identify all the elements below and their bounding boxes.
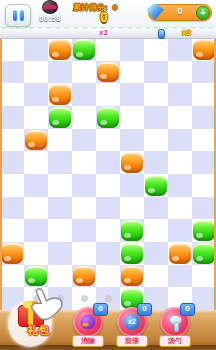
board-cell — [72, 242, 96, 265]
board-cell — [24, 129, 48, 152]
board-cell — [72, 265, 96, 288]
board-cell — [24, 83, 48, 106]
jelly-orange[interactable] — [121, 266, 143, 287]
jelly-orange[interactable] — [73, 266, 95, 287]
bomb-timer-icon — [42, 0, 58, 14]
board-cell — [192, 129, 216, 152]
board-cell — [120, 83, 144, 106]
jelly-orange[interactable] — [169, 243, 191, 264]
board-cell — [96, 83, 120, 106]
eliminate-count-badge: 0 — [93, 303, 108, 316]
board-cell — [24, 38, 48, 61]
board-cell — [0, 174, 24, 197]
board-cell — [120, 151, 144, 174]
hint-dot — [81, 295, 88, 302]
board-cell — [48, 106, 72, 129]
pause-button[interactable] — [5, 4, 31, 27]
board-cell — [168, 83, 192, 106]
jelly-orange[interactable] — [193, 39, 215, 60]
jelly-green[interactable] — [193, 243, 215, 264]
double-count-badge: 0 — [137, 303, 152, 316]
board-cell — [96, 61, 120, 84]
board-cell — [48, 174, 72, 197]
item-button-spoon[interactable]: 0 汤勺 — [160, 307, 190, 337]
board-cell — [24, 197, 48, 220]
board-cell — [72, 151, 96, 174]
jelly-green[interactable] — [73, 39, 95, 60]
board-cell — [168, 151, 192, 174]
board-cell — [144, 197, 168, 220]
board-cell — [24, 151, 48, 174]
eliminate-label: 消除 — [72, 335, 104, 347]
board-cell — [0, 106, 24, 129]
board-cell — [0, 83, 24, 106]
board-cell — [24, 106, 48, 129]
board-cell — [72, 197, 96, 220]
board-cell — [96, 242, 120, 265]
board-cell — [144, 151, 168, 174]
board-cell — [192, 287, 216, 310]
board-cell — [144, 174, 168, 197]
jelly-orange[interactable] — [49, 39, 71, 60]
board-cell — [120, 265, 144, 288]
board-cell — [0, 197, 24, 220]
board-frame-left — [0, 28, 2, 310]
board-cell — [72, 174, 96, 197]
board-cell — [48, 219, 72, 242]
board-cell — [192, 242, 216, 265]
board-cell — [96, 38, 120, 61]
spoon-label: 汤勺 — [159, 335, 191, 347]
jelly-orange[interactable] — [121, 152, 143, 173]
board-cell — [168, 38, 192, 61]
board-cell — [24, 174, 48, 197]
item-button-double[interactable]: x2 0 双倍 — [117, 307, 147, 337]
board-cell — [96, 106, 120, 129]
board-cell — [144, 242, 168, 265]
double-icon: x2 — [124, 314, 140, 330]
board-cell — [0, 38, 24, 61]
board-cell — [120, 219, 144, 242]
board-cell — [72, 83, 96, 106]
board-cell — [168, 265, 192, 288]
board-cell — [24, 61, 48, 84]
board-cell — [48, 242, 72, 265]
board-cell — [168, 61, 192, 84]
board-cell — [96, 151, 120, 174]
board-cell — [48, 83, 72, 106]
board-cell — [192, 106, 216, 129]
timer-widget: 00:58 — [34, 0, 66, 26]
board-cell — [48, 197, 72, 220]
coin-counter: 0 — [92, 9, 116, 25]
board-cell — [48, 151, 72, 174]
board-cell — [144, 129, 168, 152]
board-cell — [192, 174, 216, 197]
board-cell — [0, 61, 24, 84]
jelly-green[interactable] — [193, 220, 215, 241]
board-cell — [72, 219, 96, 242]
board-cell — [192, 83, 216, 106]
jelly-orange[interactable] — [25, 130, 47, 151]
board-cell — [168, 197, 192, 220]
board-cell — [0, 265, 24, 288]
board-cell — [192, 38, 216, 61]
board-cell — [144, 38, 168, 61]
board-cell — [96, 219, 120, 242]
board-cell — [192, 61, 216, 84]
pause-icon — [20, 10, 24, 21]
board-cell — [0, 151, 24, 174]
board-cell — [0, 129, 24, 152]
pause-icon — [13, 10, 17, 21]
jelly-green[interactable] — [49, 107, 71, 128]
top-bar: 00:58 累计得分:0 0 0 + — [0, 0, 216, 28]
board-cell — [120, 197, 144, 220]
board-cell — [48, 61, 72, 84]
board-cell — [168, 106, 192, 129]
board-cell — [192, 265, 216, 288]
board-cell — [24, 242, 48, 265]
jelly-green[interactable] — [121, 220, 143, 241]
jelly-orange[interactable] — [1, 243, 23, 264]
jelly-green[interactable] — [145, 175, 167, 196]
jelly-green[interactable] — [25, 266, 47, 287]
board-cell — [168, 174, 192, 197]
game-screen: x1 x2 00:58 累计得分:0 0 0 + 礼包 — [0, 0, 216, 350]
board-cell — [144, 61, 168, 84]
jelly-orange[interactable] — [49, 84, 71, 105]
add-gems-button[interactable]: + — [196, 6, 210, 20]
jelly-green[interactable] — [121, 243, 143, 264]
board-cell — [72, 38, 96, 61]
board-cell — [0, 219, 24, 242]
board-cell — [144, 219, 168, 242]
board-cell — [48, 129, 72, 152]
jelly-orange[interactable] — [97, 62, 119, 83]
hint-dot — [105, 295, 112, 302]
board-cell — [0, 242, 24, 265]
board-cell — [96, 174, 120, 197]
board-cell — [24, 265, 48, 288]
item-button-eliminate[interactable]: 0 消除 — [73, 307, 103, 337]
board-cell — [120, 61, 144, 84]
board-cell — [96, 265, 120, 288]
board-cell — [168, 242, 192, 265]
bottom-bar: 礼包 0 消除 x2 0 双倍 0 汤勺 — [0, 310, 216, 350]
board-cell — [120, 38, 144, 61]
board-cell — [120, 242, 144, 265]
board-cell — [72, 129, 96, 152]
board-cell — [144, 265, 168, 288]
board-cell — [120, 129, 144, 152]
board-cell — [120, 174, 144, 197]
board-cell — [168, 129, 192, 152]
eliminate-icon — [81, 315, 96, 330]
spoon-count-badge: 0 — [180, 303, 195, 316]
board-cell — [192, 197, 216, 220]
board-cell — [72, 106, 96, 129]
double-label: 双倍 — [116, 335, 148, 347]
board-cell — [24, 219, 48, 242]
board-cell — [192, 151, 216, 174]
gem-counter[interactable]: 0 + — [148, 4, 212, 21]
board-cell — [48, 38, 72, 61]
board-cell — [144, 106, 168, 129]
board-cell — [120, 106, 144, 129]
spoon-icon — [167, 314, 183, 330]
board-cell — [192, 219, 216, 242]
board-cell — [96, 129, 120, 152]
board-cell — [168, 219, 192, 242]
game-board — [0, 38, 216, 310]
board-cell — [96, 197, 120, 220]
timer-value: 00:58 — [34, 14, 66, 23]
board-cell — [144, 83, 168, 106]
board-frame-right — [214, 28, 216, 310]
board-cell — [72, 61, 96, 84]
jelly-green[interactable] — [97, 107, 119, 128]
